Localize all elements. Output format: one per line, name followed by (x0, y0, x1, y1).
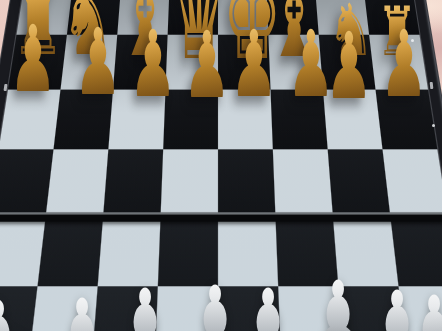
square-h3 (398, 286, 442, 331)
square-g5 (328, 149, 390, 214)
square-c6 (108, 90, 165, 150)
square-c7 (113, 35, 168, 90)
square-g3 (338, 286, 407, 331)
square-c5 (103, 149, 163, 214)
square-b8 (67, 0, 121, 35)
square-a6 (0, 90, 60, 150)
square-f3 (278, 286, 344, 331)
square-e7 (218, 35, 271, 90)
photo-viewport: ♜♞♝♛♚♝♞♜♟♟♟♟♟♟♟♟♟♟♟♟♟♟♟♟ (0, 0, 442, 331)
square-b5 (46, 149, 108, 214)
frame-mark-right (430, 82, 434, 89)
square-d7 (165, 35, 218, 90)
square-f6 (271, 90, 328, 150)
square-b7 (60, 35, 117, 90)
square-g7 (319, 35, 376, 90)
square-f7 (268, 35, 323, 90)
hinge-glint-icon (432, 124, 435, 127)
square-c3 (92, 286, 158, 331)
square-h8 (363, 0, 419, 35)
square-d6 (163, 90, 218, 150)
square-g6 (323, 90, 382, 150)
square-g8 (315, 0, 369, 35)
square-a7 (8, 35, 67, 90)
square-b4 (38, 215, 104, 287)
frame-glint-icon (411, 39, 414, 42)
square-e6 (218, 90, 273, 150)
square-e4 (218, 215, 278, 287)
square-f8 (266, 0, 318, 35)
square-h5 (382, 149, 442, 214)
square-d8 (168, 0, 218, 35)
square-g4 (333, 215, 399, 287)
square-e8 (218, 0, 268, 35)
square-b6 (54, 90, 113, 150)
chessboard-frame (0, 0, 442, 331)
square-e3 (218, 286, 281, 331)
board-fold-seam (0, 212, 442, 222)
square-h7 (369, 35, 428, 90)
square-a5 (0, 149, 54, 214)
square-d4 (158, 215, 218, 287)
chessboard (0, 0, 442, 331)
square-h6 (376, 90, 438, 150)
square-c4 (98, 215, 161, 287)
square-c8 (117, 0, 169, 35)
square-e5 (218, 149, 275, 214)
square-h4 (390, 215, 442, 287)
square-a3 (0, 286, 38, 331)
square-f5 (273, 149, 333, 214)
square-a8 (17, 0, 73, 35)
square-b3 (28, 286, 97, 331)
square-d5 (161, 149, 218, 214)
square-d3 (155, 286, 218, 331)
square-f4 (275, 215, 338, 287)
